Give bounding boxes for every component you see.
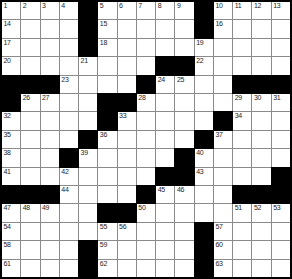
cell-r13-c3[interactable] [60, 241, 78, 258]
cell-r10-c6[interactable] [118, 186, 136, 203]
cell-r2-c10[interactable]: 19 [195, 39, 213, 56]
cell-r9-c2[interactable] [41, 168, 59, 185]
clue-number-3: 3 [42, 2, 46, 10]
clue-number-15: 15 [100, 20, 107, 28]
clue-number-63: 63 [215, 260, 222, 268]
clue-number-14: 14 [4, 20, 11, 28]
cell-r13-c5[interactable]: 59 [98, 241, 116, 258]
cell-r13-c14[interactable] [272, 241, 290, 258]
cell-r6-c4[interactable] [79, 112, 97, 129]
cell-r1-c11[interactable]: 16 [214, 20, 232, 37]
crossword-puzzle: 1234567891011121314151617181920212223242… [0, 0, 292, 279]
cell-r8-c8[interactable] [156, 149, 174, 166]
cell-r3-c4[interactable]: 21 [79, 57, 97, 74]
cell-r11-c4[interactable] [79, 204, 97, 221]
clue-number-39: 39 [81, 149, 88, 157]
cell-r13-c1[interactable] [21, 241, 39, 258]
clue-number-12: 12 [254, 2, 261, 10]
cell-r3-c5[interactable] [98, 57, 116, 74]
clue-number-28: 28 [138, 94, 145, 102]
cell-r0-c2[interactable]: 3 [41, 2, 59, 19]
cell-r3-c11[interactable] [214, 57, 232, 74]
cell-r1-c7[interactable] [137, 20, 155, 37]
black-square-r13-c10 [195, 241, 213, 258]
cell-r0-c3[interactable]: 4 [60, 2, 78, 19]
clue-number-33: 33 [119, 112, 126, 120]
cell-r8-c14[interactable] [272, 149, 290, 166]
cell-r6-c3[interactable] [60, 112, 78, 129]
black-square-r4-c1 [21, 76, 39, 93]
cell-r12-c8[interactable] [156, 223, 174, 240]
clue-number-31: 31 [273, 94, 280, 102]
black-square-r6-c5 [98, 112, 116, 129]
cell-r1-c6[interactable] [118, 20, 136, 37]
cell-r3-c1[interactable] [21, 57, 39, 74]
cell-r1-c5[interactable]: 15 [98, 20, 116, 37]
cell-r2-c12[interactable] [233, 39, 251, 56]
cell-r11-c11[interactable] [214, 204, 232, 221]
clue-number-37: 37 [215, 131, 222, 139]
cell-r9-c7[interactable] [137, 168, 155, 185]
cell-r12-c5[interactable]: 55 [98, 223, 116, 240]
clue-number-44: 44 [61, 186, 68, 194]
black-square-r4-c14 [272, 76, 290, 93]
cell-r0-c5[interactable]: 5 [98, 2, 116, 19]
black-square-r9-c8 [156, 168, 174, 185]
cell-r8-c0[interactable]: 38 [2, 149, 20, 166]
black-square-r9-c9 [175, 168, 193, 185]
cell-r11-c9[interactable] [175, 204, 193, 221]
cell-r1-c3[interactable] [60, 20, 78, 37]
cell-r7-c1[interactable] [21, 131, 39, 148]
cell-r10-c9[interactable]: 46 [175, 186, 193, 203]
clue-number-43: 43 [196, 168, 203, 176]
cell-r12-c11[interactable]: 57 [214, 223, 232, 240]
black-square-r13-c4 [79, 241, 97, 258]
cell-r4-c3[interactable]: 23 [60, 76, 78, 93]
cell-r8-c7[interactable] [137, 149, 155, 166]
clue-number-50: 50 [138, 204, 145, 212]
cell-r6-c12[interactable]: 34 [233, 112, 251, 129]
cell-r2-c11[interactable] [214, 39, 232, 56]
cell-r11-c2[interactable]: 49 [41, 204, 59, 221]
clue-number-11: 11 [235, 2, 242, 10]
cell-r14-c1[interactable] [21, 260, 39, 277]
black-square-r10-c7 [137, 186, 155, 203]
cell-r1-c12[interactable] [233, 20, 251, 37]
black-square-r2-c4 [79, 39, 97, 56]
cell-r14-c0[interactable]: 61 [2, 260, 20, 277]
clue-number-16: 16 [215, 20, 222, 28]
cell-r6-c6[interactable]: 33 [118, 112, 136, 129]
black-square-r9-c14 [272, 168, 290, 185]
cell-r3-c6[interactable] [118, 57, 136, 74]
black-square-r10-c12 [233, 186, 251, 203]
clue-number-21: 21 [81, 57, 88, 65]
cell-r2-c14[interactable] [272, 39, 290, 56]
cell-r12-c7[interactable] [137, 223, 155, 240]
clue-number-40: 40 [196, 149, 203, 157]
cell-r1-c8[interactable] [156, 20, 174, 37]
cell-r1-c0[interactable]: 14 [2, 20, 20, 37]
cell-r13-c0[interactable]: 58 [2, 241, 20, 258]
cell-r6-c2[interactable] [41, 112, 59, 129]
black-square-r5-c5 [98, 94, 116, 111]
black-square-r4-c0 [2, 76, 20, 93]
cell-r9-c11[interactable] [214, 168, 232, 185]
black-square-r4-c2 [41, 76, 59, 93]
cell-r12-c3[interactable] [60, 223, 78, 240]
cell-r14-c9[interactable] [175, 260, 193, 277]
cell-r8-c1[interactable] [21, 149, 39, 166]
black-square-r10-c2 [41, 186, 59, 203]
cell-r13-c2[interactable] [41, 241, 59, 258]
clue-number-4: 4 [61, 2, 65, 10]
cell-r1-c2[interactable] [41, 20, 59, 37]
clue-number-5: 5 [100, 2, 104, 10]
black-square-r5-c6 [118, 94, 136, 111]
cell-r12-c6[interactable]: 56 [118, 223, 136, 240]
black-square-r3-c9 [175, 57, 193, 74]
clue-number-53: 53 [273, 204, 280, 212]
cell-r7-c2[interactable] [41, 131, 59, 148]
clue-number-8: 8 [158, 2, 162, 10]
black-square-r0-c4 [79, 2, 97, 19]
cell-r10-c3[interactable]: 44 [60, 186, 78, 203]
cell-r8-c10[interactable]: 40 [195, 149, 213, 166]
cell-r8-c12[interactable] [233, 149, 251, 166]
cell-r11-c0[interactable]: 47 [2, 204, 20, 221]
clue-number-38: 38 [4, 149, 11, 157]
cell-r9-c0[interactable]: 41 [2, 168, 20, 185]
black-square-r12-c10 [195, 223, 213, 240]
cell-r6-c14[interactable] [272, 112, 290, 129]
clue-number-26: 26 [23, 94, 30, 102]
cell-r3-c13[interactable] [252, 57, 270, 74]
clue-number-34: 34 [235, 112, 242, 120]
clue-number-49: 49 [42, 204, 49, 212]
cell-r9-c12[interactable] [233, 168, 251, 185]
cell-r0-c12[interactable]: 11 [233, 2, 251, 19]
clue-number-42: 42 [61, 168, 68, 176]
black-square-r14-c10 [195, 260, 213, 277]
black-square-r1-c10 [195, 20, 213, 37]
crossword-grid: 1234567891011121314151617181920212223242… [0, 0, 292, 279]
cell-r5-c3[interactable] [60, 94, 78, 111]
cell-r7-c5[interactable]: 36 [98, 131, 116, 148]
clue-number-47: 47 [4, 204, 11, 212]
clue-number-2: 2 [23, 2, 27, 10]
cell-r4-c6[interactable] [118, 76, 136, 93]
black-square-r14-c4 [79, 260, 97, 277]
cell-r14-c7[interactable] [137, 260, 155, 277]
cell-r13-c11[interactable]: 60 [214, 241, 232, 258]
cell-r14-c11[interactable]: 63 [214, 260, 232, 277]
cell-r8-c4[interactable]: 39 [79, 149, 97, 166]
clue-number-41: 41 [4, 168, 11, 176]
clue-number-27: 27 [42, 94, 49, 102]
cell-r14-c13[interactable] [252, 260, 270, 277]
cell-r7-c14[interactable] [272, 131, 290, 148]
cell-r0-c8[interactable]: 8 [156, 2, 174, 19]
cell-r0-c1[interactable]: 2 [21, 2, 39, 19]
clue-number-29: 29 [235, 94, 242, 102]
cell-r2-c5[interactable]: 18 [98, 39, 116, 56]
cell-r4-c11[interactable] [214, 76, 232, 93]
cell-r0-c7[interactable]: 7 [137, 2, 155, 19]
cell-r5-c13[interactable]: 30 [252, 94, 270, 111]
cell-r13-c6[interactable] [118, 241, 136, 258]
cell-r11-c7[interactable]: 50 [137, 204, 155, 221]
cell-r0-c9[interactable]: 9 [175, 2, 193, 19]
cell-r6-c10[interactable] [195, 112, 213, 129]
cell-r7-c12[interactable] [233, 131, 251, 148]
cell-r9-c1[interactable] [21, 168, 39, 185]
black-square-r11-c5 [98, 204, 116, 221]
cell-r10-c4[interactable] [79, 186, 97, 203]
cell-r7-c13[interactable] [252, 131, 270, 148]
cell-r13-c9[interactable] [175, 241, 193, 258]
black-square-r6-c11 [214, 112, 232, 129]
cell-r5-c10[interactable] [195, 94, 213, 111]
cell-r9-c3[interactable]: 42 [60, 168, 78, 185]
cell-r10-c10[interactable] [195, 186, 213, 203]
cell-r5-c4[interactable] [79, 94, 97, 111]
cell-r0-c0[interactable]: 1 [2, 2, 20, 19]
clue-number-13: 13 [273, 2, 280, 10]
cell-r13-c12[interactable] [233, 241, 251, 258]
cell-r3-c14[interactable] [272, 57, 290, 74]
cell-r10-c8[interactable]: 45 [156, 186, 174, 203]
cell-r6-c8[interactable] [156, 112, 174, 129]
cell-r6-c0[interactable]: 32 [2, 112, 20, 129]
cell-r9-c5[interactable] [98, 168, 116, 185]
clue-number-59: 59 [100, 241, 107, 249]
cell-r9-c6[interactable] [118, 168, 136, 185]
cell-r7-c3[interactable] [60, 131, 78, 148]
cell-r2-c1[interactable] [21, 39, 39, 56]
clue-number-25: 25 [177, 76, 184, 84]
cell-r12-c14[interactable] [272, 223, 290, 240]
black-square-r10-c0 [2, 186, 20, 203]
cell-r14-c6[interactable] [118, 260, 136, 277]
clue-number-54: 54 [4, 223, 11, 231]
black-square-r10-c13 [252, 186, 270, 203]
cell-r13-c13[interactable] [252, 241, 270, 258]
cell-r9-c10[interactable]: 43 [195, 168, 213, 185]
cell-r12-c12[interactable] [233, 223, 251, 240]
clue-number-10: 10 [215, 2, 222, 10]
cell-r4-c8[interactable]: 24 [156, 76, 174, 93]
clue-number-19: 19 [196, 39, 203, 47]
cell-r14-c3[interactable] [60, 260, 78, 277]
cell-r6-c7[interactable] [137, 112, 155, 129]
cell-r2-c7[interactable] [137, 39, 155, 56]
cell-r4-c5[interactable] [98, 76, 116, 93]
cell-r6-c9[interactable] [175, 112, 193, 129]
cell-r3-c2[interactable] [41, 57, 59, 74]
cell-r12-c1[interactable] [21, 223, 39, 240]
cell-r14-c8[interactable] [156, 260, 174, 277]
cell-r2-c6[interactable] [118, 39, 136, 56]
cell-r3-c10[interactable]: 22 [195, 57, 213, 74]
cell-r8-c2[interactable] [41, 149, 59, 166]
cell-r5-c9[interactable] [175, 94, 193, 111]
cell-r10-c11[interactable] [214, 186, 232, 203]
black-square-r3-c8 [156, 57, 174, 74]
cell-r9-c4[interactable] [79, 168, 97, 185]
cell-r11-c13[interactable]: 52 [252, 204, 270, 221]
clue-number-56: 56 [119, 223, 126, 231]
cell-r14-c14[interactable] [272, 260, 290, 277]
clue-number-55: 55 [100, 223, 107, 231]
cell-r0-c6[interactable]: 6 [118, 2, 136, 19]
black-square-r1-c4 [79, 20, 97, 37]
cell-r8-c11[interactable] [214, 149, 232, 166]
cell-r2-c9[interactable] [175, 39, 193, 56]
cell-r3-c7[interactable] [137, 57, 155, 74]
cell-r6-c13[interactable] [252, 112, 270, 129]
clue-number-62: 62 [100, 260, 107, 268]
clue-number-52: 52 [254, 204, 261, 212]
cell-r11-c14[interactable]: 53 [272, 204, 290, 221]
cell-r0-c13[interactable]: 12 [252, 2, 270, 19]
cell-r3-c12[interactable] [233, 57, 251, 74]
clue-number-23: 23 [61, 76, 68, 84]
clue-number-24: 24 [158, 76, 165, 84]
cell-r14-c2[interactable] [41, 260, 59, 277]
black-square-r8-c9 [175, 149, 193, 166]
clue-number-32: 32 [4, 112, 11, 120]
cell-r0-c14[interactable]: 13 [272, 2, 290, 19]
clue-number-35: 35 [4, 131, 11, 139]
clue-number-57: 57 [215, 223, 222, 231]
black-square-r7-c10 [195, 131, 213, 148]
cell-r2-c13[interactable] [252, 39, 270, 56]
cell-r5-c14[interactable]: 31 [272, 94, 290, 111]
cell-r1-c13[interactable] [252, 20, 270, 37]
cell-r12-c0[interactable]: 54 [2, 223, 20, 240]
clue-number-51: 51 [235, 204, 242, 212]
cell-r4-c10[interactable] [195, 76, 213, 93]
cell-r12-c13[interactable] [252, 223, 270, 240]
cell-r2-c0[interactable]: 17 [2, 39, 20, 56]
cell-r5-c2[interactable]: 27 [41, 94, 59, 111]
cell-r8-c13[interactable] [252, 149, 270, 166]
black-square-r7-c4 [79, 131, 97, 148]
cell-r2-c3[interactable] [60, 39, 78, 56]
black-square-r4-c7 [137, 76, 155, 93]
cell-r4-c9[interactable]: 25 [175, 76, 193, 93]
cell-r8-c5[interactable] [98, 149, 116, 166]
cell-r12-c4[interactable] [79, 223, 97, 240]
cell-r11-c3[interactable] [60, 204, 78, 221]
cell-r14-c5[interactable]: 62 [98, 260, 116, 277]
cell-r6-c1[interactable] [21, 112, 39, 129]
cell-r7-c11[interactable]: 37 [214, 131, 232, 148]
cell-r11-c1[interactable]: 48 [21, 204, 39, 221]
cell-r11-c8[interactable] [156, 204, 174, 221]
black-square-r10-c14 [272, 186, 290, 203]
clue-number-6: 6 [119, 2, 123, 10]
cell-r0-c11[interactable]: 10 [214, 2, 232, 19]
cell-r5-c12[interactable]: 29 [233, 94, 251, 111]
cell-r10-c5[interactable] [98, 186, 116, 203]
cell-r5-c11[interactable] [214, 94, 232, 111]
clue-number-36: 36 [100, 131, 107, 139]
cell-r7-c8[interactable] [156, 131, 174, 148]
cell-r4-c4[interactable] [79, 76, 97, 93]
clue-number-60: 60 [215, 241, 222, 249]
black-square-r4-c12 [233, 76, 251, 93]
clue-number-58: 58 [4, 241, 11, 249]
cell-r12-c9[interactable] [175, 223, 193, 240]
black-square-r5-c0 [2, 94, 20, 111]
cell-r5-c8[interactable] [156, 94, 174, 111]
cell-r13-c8[interactable] [156, 241, 174, 258]
clue-number-17: 17 [4, 39, 11, 47]
clue-number-46: 46 [177, 186, 184, 194]
clue-number-9: 9 [177, 2, 181, 10]
cell-r11-c10[interactable] [195, 204, 213, 221]
clue-number-18: 18 [100, 39, 107, 47]
cell-r3-c0[interactable]: 20 [2, 57, 20, 74]
clue-number-61: 61 [4, 260, 11, 268]
cell-r13-c7[interactable] [137, 241, 155, 258]
cell-r1-c9[interactable] [175, 20, 193, 37]
cell-r3-c3[interactable] [60, 57, 78, 74]
black-square-r11-c6 [118, 204, 136, 221]
black-square-r0-c10 [195, 2, 213, 19]
cell-r12-c2[interactable] [41, 223, 59, 240]
clue-number-1: 1 [4, 2, 8, 10]
cell-r7-c6[interactable] [118, 131, 136, 148]
clue-number-20: 20 [4, 57, 11, 65]
cell-r8-c6[interactable] [118, 149, 136, 166]
cell-r11-c12[interactable]: 51 [233, 204, 251, 221]
cell-r5-c7[interactable]: 28 [137, 94, 155, 111]
cell-r7-c7[interactable] [137, 131, 155, 148]
cell-r1-c1[interactable] [21, 20, 39, 37]
cell-r9-c13[interactable] [252, 168, 270, 185]
cell-r2-c8[interactable] [156, 39, 174, 56]
clue-number-48: 48 [23, 204, 30, 212]
black-square-r4-c13 [252, 76, 270, 93]
clue-number-22: 22 [196, 57, 203, 65]
cell-r14-c12[interactable] [233, 260, 251, 277]
cell-r5-c1[interactable]: 26 [21, 94, 39, 111]
clue-number-30: 30 [254, 94, 261, 102]
black-square-r10-c1 [21, 186, 39, 203]
cell-r7-c9[interactable] [175, 131, 193, 148]
cell-r2-c2[interactable] [41, 39, 59, 56]
cell-r7-c0[interactable]: 35 [2, 131, 20, 148]
cell-r1-c14[interactable] [272, 20, 290, 37]
clue-number-45: 45 [158, 186, 165, 194]
clue-number-7: 7 [138, 2, 142, 10]
black-square-r8-c3 [60, 149, 78, 166]
